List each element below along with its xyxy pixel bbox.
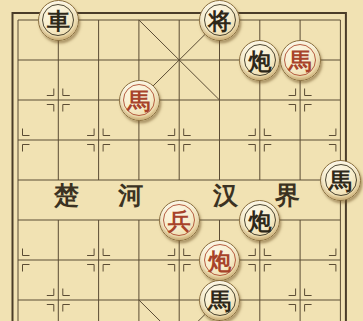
- piece-character: 炮: [208, 248, 231, 271]
- piece-character: 馬: [208, 288, 231, 311]
- board-grid[interactable]: 車将炮馬馬馬兵炮炮馬: [0, 0, 361, 321]
- red-horse-piece[interactable]: 馬: [280, 40, 321, 81]
- piece-character: 馬: [128, 88, 151, 111]
- black-chariot-piece[interactable]: 車: [38, 0, 79, 41]
- black-horse-piece[interactable]: 馬: [199, 280, 240, 321]
- black-cannon-piece[interactable]: 炮: [239, 200, 280, 241]
- black-cannon-piece[interactable]: 炮: [239, 40, 280, 81]
- piece-character: 兵: [168, 208, 191, 231]
- piece-character: 車: [47, 8, 70, 31]
- red-cannon-piece[interactable]: 炮: [199, 240, 240, 281]
- piece-character: 馬: [329, 168, 352, 191]
- piece-character: 炮: [248, 208, 271, 231]
- piece-character: 将: [208, 8, 231, 31]
- red-horse-piece[interactable]: 馬: [119, 80, 160, 121]
- black-general-piece[interactable]: 将: [199, 0, 240, 41]
- piece-character: 馬: [289, 48, 312, 71]
- xiangqi-board: 楚 河 汉 界 車将炮馬馬馬兵炮炮馬: [0, 0, 363, 321]
- black-horse-piece[interactable]: 馬: [320, 160, 361, 201]
- piece-character: 炮: [248, 48, 271, 71]
- red-soldier-piece[interactable]: 兵: [159, 200, 200, 241]
